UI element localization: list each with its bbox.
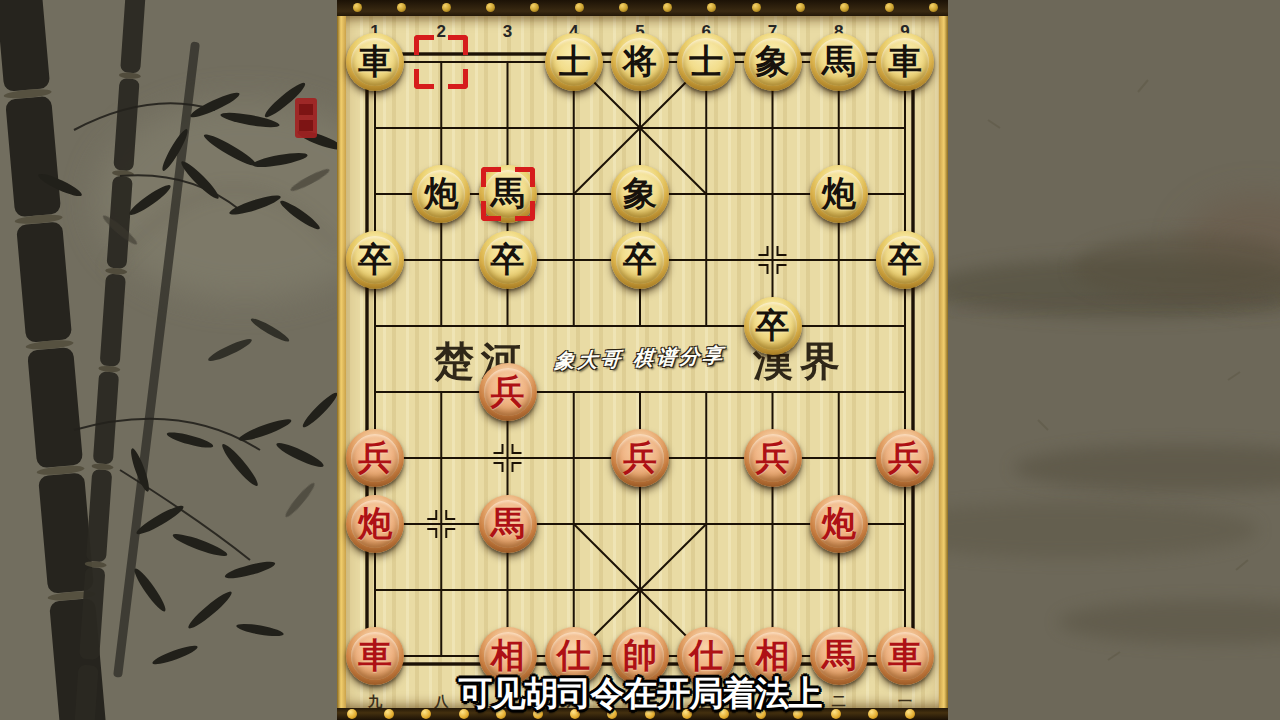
rail-stud bbox=[347, 709, 357, 719]
rail-stud bbox=[486, 3, 495, 12]
piece-character: 兵 bbox=[491, 374, 525, 410]
piece-character: 馬 bbox=[822, 44, 856, 80]
piece-character: 炮 bbox=[822, 506, 856, 542]
piece-black-soldier[interactable]: 卒 bbox=[346, 231, 404, 289]
rail-stud bbox=[707, 3, 716, 12]
piece-red-cannon[interactable]: 炮 bbox=[810, 495, 868, 553]
piece-character: 士 bbox=[557, 44, 591, 80]
piece-character: 相 bbox=[491, 638, 525, 674]
piece-character: 士 bbox=[689, 44, 723, 80]
piece-character: 炮 bbox=[424, 176, 458, 212]
piece-black-soldier[interactable]: 卒 bbox=[479, 231, 537, 289]
piece-red-cannon[interactable]: 炮 bbox=[346, 495, 404, 553]
piece-black-soldier[interactable]: 卒 bbox=[744, 297, 802, 355]
rail-stud bbox=[353, 3, 362, 12]
piece-character: 卒 bbox=[358, 242, 392, 278]
piece-red-soldier[interactable]: 兵 bbox=[744, 429, 802, 487]
piece-character: 卒 bbox=[491, 242, 525, 278]
red-seal bbox=[295, 98, 317, 138]
piece-character: 車 bbox=[888, 638, 922, 674]
piece-character: 兵 bbox=[888, 440, 922, 476]
rail-stud bbox=[619, 3, 628, 12]
piece-character: 車 bbox=[358, 44, 392, 80]
piece-character: 炮 bbox=[358, 506, 392, 542]
background-left bbox=[0, 0, 345, 720]
rail-stud bbox=[752, 3, 761, 12]
piece-character: 炮 bbox=[822, 176, 856, 212]
piece-black-soldier[interactable]: 卒 bbox=[876, 231, 934, 289]
piece-black-elephant[interactable]: 象 bbox=[744, 33, 802, 91]
piece-character: 帥 bbox=[623, 638, 657, 674]
piece-character: 兵 bbox=[756, 440, 790, 476]
piece-black-horse[interactable]: 馬 bbox=[810, 33, 868, 91]
piece-black-chariot[interactable]: 車 bbox=[876, 33, 934, 91]
rail-stud bbox=[840, 3, 849, 12]
piece-character: 馬 bbox=[491, 506, 525, 542]
piece-red-soldier[interactable]: 兵 bbox=[346, 429, 404, 487]
piece-red-chariot[interactable]: 車 bbox=[346, 627, 404, 685]
rail-stud bbox=[663, 3, 672, 12]
piece-character: 象 bbox=[623, 176, 657, 212]
piece-character: 兵 bbox=[358, 440, 392, 476]
piece-character: 馬 bbox=[491, 176, 525, 212]
background-right bbox=[948, 0, 1280, 720]
piece-black-cannon[interactable]: 炮 bbox=[810, 165, 868, 223]
piece-black-general[interactable]: 将 bbox=[611, 33, 669, 91]
piece-character: 卒 bbox=[756, 308, 790, 344]
piece-character: 車 bbox=[888, 44, 922, 80]
piece-red-horse[interactable]: 馬 bbox=[479, 495, 537, 553]
bamboo-art bbox=[0, 0, 345, 720]
file-label-top: 3 bbox=[494, 22, 522, 42]
rail-stud bbox=[384, 709, 394, 719]
piece-character: 仕 bbox=[689, 638, 723, 674]
piece-red-soldier[interactable]: 兵 bbox=[611, 429, 669, 487]
rail-stud bbox=[929, 3, 938, 12]
piece-black-chariot[interactable]: 車 bbox=[346, 33, 404, 91]
xiangqi-board[interactable]: 123456789 九八七六五四三二一 楚河 漢界 象大哥 棋谱分享 車士将士象… bbox=[337, 0, 948, 720]
piece-black-advisor[interactable]: 士 bbox=[545, 33, 603, 91]
board-top-rail bbox=[337, 0, 948, 16]
landscape-art bbox=[948, 0, 1280, 720]
piece-character: 馬 bbox=[822, 638, 856, 674]
piece-character: 象 bbox=[756, 44, 790, 80]
rail-stud bbox=[831, 709, 841, 719]
piece-black-elephant[interactable]: 象 bbox=[611, 165, 669, 223]
piece-character: 将 bbox=[623, 44, 657, 80]
rail-stud bbox=[575, 3, 584, 12]
rail-stud bbox=[397, 3, 406, 12]
rail-stud bbox=[905, 709, 915, 719]
rail-stud bbox=[421, 709, 431, 719]
rail-stud bbox=[796, 3, 805, 12]
rail-stud bbox=[868, 709, 878, 719]
rail-stud bbox=[530, 3, 539, 12]
piece-red-soldier[interactable]: 兵 bbox=[479, 363, 537, 421]
rail-stud bbox=[885, 3, 894, 12]
piece-character: 相 bbox=[756, 638, 790, 674]
piece-character: 仕 bbox=[557, 638, 591, 674]
piece-black-soldier[interactable]: 卒 bbox=[611, 231, 669, 289]
piece-black-cannon[interactable]: 炮 bbox=[412, 165, 470, 223]
piece-black-advisor[interactable]: 士 bbox=[677, 33, 735, 91]
piece-character: 兵 bbox=[623, 440, 657, 476]
rail-stud bbox=[442, 3, 451, 12]
piece-red-chariot[interactable]: 車 bbox=[876, 627, 934, 685]
page-root: 123456789 九八七六五四三二一 楚河 漢界 象大哥 棋谱分享 車士将士象… bbox=[0, 0, 1280, 720]
piece-red-soldier[interactable]: 兵 bbox=[876, 429, 934, 487]
piece-character: 車 bbox=[358, 638, 392, 674]
piece-character: 卒 bbox=[623, 242, 657, 278]
file-label-top: 2 bbox=[427, 22, 455, 42]
subtitle-caption: 可见胡司令在开局着法上 bbox=[459, 671, 822, 717]
piece-black-horse[interactable]: 馬 bbox=[479, 165, 537, 223]
piece-character: 卒 bbox=[888, 242, 922, 278]
